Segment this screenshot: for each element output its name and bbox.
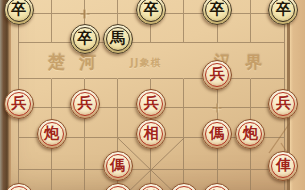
piece-red-horse[interactable]: 傌 [103,151,133,181]
piece-label: 卒 [77,31,92,46]
piece-red-chariot[interactable]: 俥 [268,151,298,181]
piece-label: 兵 [143,96,158,111]
piece-red-soldier[interactable]: 兵 [70,89,100,119]
piece-red-cannon[interactable]: 炮 [37,119,67,149]
piece-label: 俥 [276,158,291,173]
piece-label: 兵 [276,96,291,111]
river-watermark: JJ象棋 [130,56,161,70]
piece-black-horse[interactable]: 馬 [103,24,133,54]
piece-red-soldier[interactable]: 兵 [4,89,34,119]
piece-red-soldier[interactable]: 兵 [202,60,232,90]
piece-label: 卒 [276,2,291,17]
board-grid-cell [52,170,85,190]
piece-red-soldier[interactable]: 兵 [268,89,298,119]
xiangqi-board: 楚河 汉界 JJ象棋 卒卒卒卒卒馬兵兵兵兵兵炮相傌炮傌俥俥仕帥仕相 [0,0,305,190]
piece-label: 卒 [210,2,225,17]
piece-label: 兵 [11,96,26,111]
piece-label: 卒 [11,2,26,17]
piece-label: 炮 [44,126,59,141]
point-marker [80,10,89,19]
piece-label: 卒 [143,2,158,17]
piece-red-elephant[interactable]: 相 [136,119,166,149]
piece-red-horse[interactable]: 傌 [202,119,232,149]
piece-red-soldier[interactable]: 兵 [136,89,166,119]
piece-label: 兵 [210,67,225,82]
river-label-left: 楚河 [48,51,110,74]
board-grid-cell [85,0,118,14]
piece-black-soldier[interactable]: 卒 [70,24,100,54]
piece-label: 相 [143,126,158,141]
piece-red-cannon[interactable]: 炮 [235,119,265,149]
point-marker [213,104,222,113]
piece-label: 傌 [110,158,125,173]
piece-label: 兵 [77,96,92,111]
piece-label: 炮 [243,126,258,141]
piece-label: 傌 [210,126,225,141]
piece-label: 馬 [110,31,125,46]
